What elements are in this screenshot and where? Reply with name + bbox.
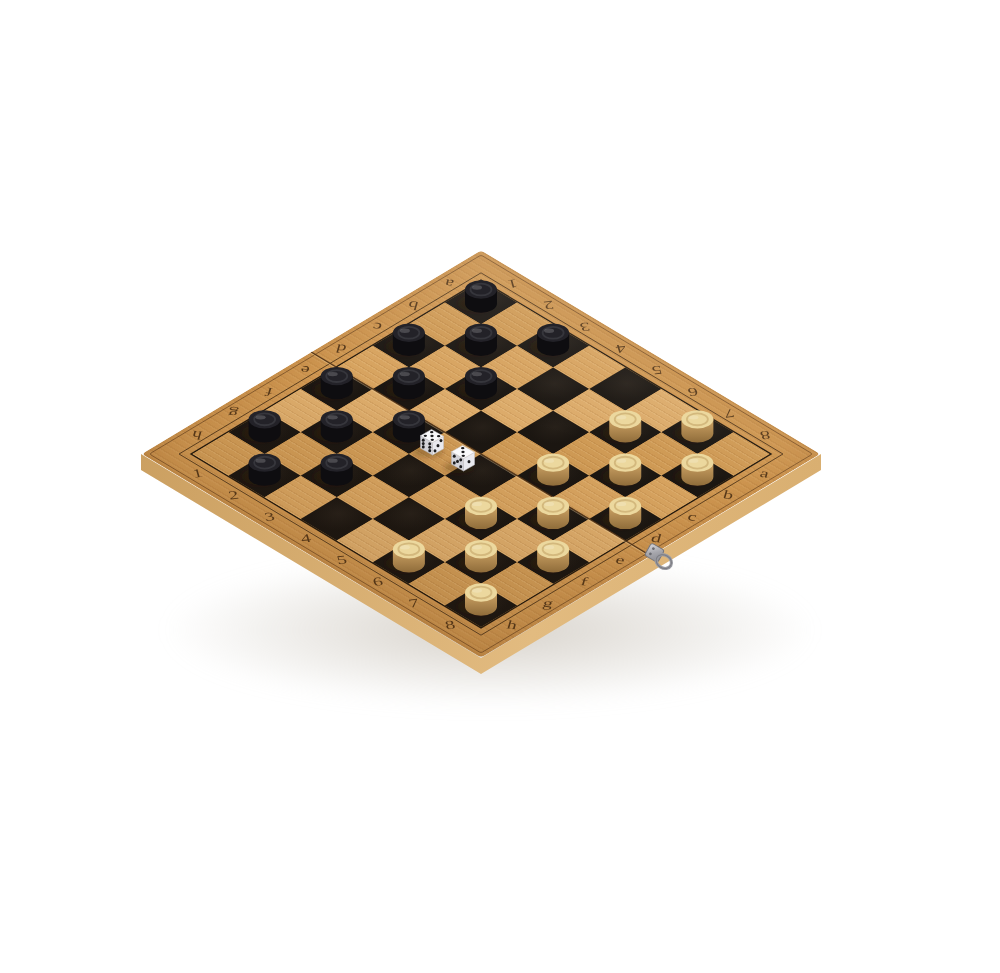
coord-label-f: f	[254, 383, 284, 401]
coord-label-c: c	[362, 318, 392, 336]
coord-label-2: 2	[218, 485, 248, 503]
coord-label-e: e	[606, 550, 636, 568]
coord-label-8: 8	[434, 615, 464, 633]
coord-label-f: f	[570, 572, 600, 590]
coord-label-6: 6	[362, 572, 392, 590]
coord-label-1: 1	[497, 275, 527, 293]
coord-label-7: 7	[398, 594, 428, 612]
coord-label-a: a	[434, 275, 464, 293]
coord-label-b: b	[398, 296, 428, 314]
coord-label-g: g	[533, 594, 563, 612]
coord-label-4: 4	[606, 340, 636, 358]
coord-label-8: 8	[750, 426, 780, 444]
coord-label-5: 5	[326, 550, 356, 568]
coord-label-3: 3	[254, 507, 284, 525]
coord-label-4: 4	[290, 529, 320, 547]
coord-label-3: 3	[570, 318, 600, 336]
coord-label-h: h	[497, 615, 527, 633]
coord-label-e: e	[290, 361, 320, 379]
coord-label-g: g	[218, 404, 248, 422]
coord-label-a: a	[750, 464, 780, 482]
coord-label-7: 7	[714, 404, 744, 422]
coord-label-h: h	[182, 426, 212, 444]
coord-label-c: c	[678, 507, 708, 525]
coord-label-6: 6	[678, 383, 708, 401]
coord-label-b: b	[714, 485, 744, 503]
coord-label-1: 1	[182, 464, 212, 482]
coord-label-d: d	[642, 529, 672, 547]
coord-label-d: d	[326, 340, 356, 358]
board-photo-scene: aa11bb22cc33dd44ee55ff66gg77hh88	[0, 0, 1000, 973]
coord-label-2: 2	[533, 296, 563, 314]
coord-label-5: 5	[642, 361, 672, 379]
